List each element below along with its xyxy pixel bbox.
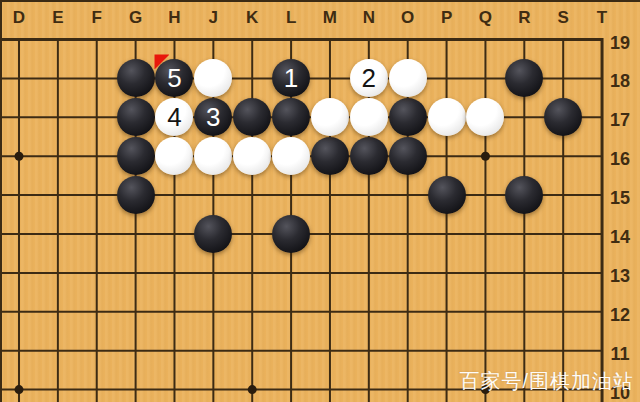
move-number-4: 4 [167,104,181,130]
stone-white-M17 [311,98,349,136]
go-board-diagram: DEFGHJKLMNOPQRST 19181716151413121110 51… [0,0,640,402]
stone-black-J17: 3 [194,98,232,136]
col-label-R: R [518,8,530,28]
stone-white-Q17 [466,98,504,136]
row-label-19: 19 [610,32,630,53]
col-label-O: O [401,8,414,28]
row-label-18: 18 [610,71,630,92]
stone-black-H18: 5 [155,59,193,97]
stone-black-R18 [505,59,543,97]
col-label-F: F [92,8,102,28]
star-point-Q16 [481,152,490,161]
col-label-T: T [597,8,607,28]
move-number-2: 2 [362,65,376,91]
col-label-S: S [558,8,569,28]
col-label-L: L [286,8,296,28]
move-number-3: 3 [206,104,220,130]
col-label-P: P [441,8,452,28]
col-label-E: E [52,8,63,28]
stone-black-S17 [544,98,582,136]
stone-black-P15 [428,176,466,214]
stone-black-G17 [117,98,155,136]
stone-black-M16 [311,137,349,175]
row-label-17: 17 [610,110,630,131]
star-point-D10 [15,385,24,394]
stone-white-P17 [428,98,466,136]
stone-black-G16 [117,137,155,175]
stone-white-J16 [194,137,232,175]
stone-white-O18 [389,59,427,97]
board-left-edge-line [0,0,2,402]
row-label-16: 16 [610,149,630,170]
stone-black-L18: 1 [272,59,310,97]
board-grid-lines [0,0,640,402]
stone-white-N17 [350,98,388,136]
move-number-5: 5 [167,65,181,91]
row-label-11: 11 [610,343,629,364]
col-label-N: N [363,8,375,28]
row-label-13: 13 [610,265,630,286]
stone-white-J18 [194,59,232,97]
stone-black-G15 [117,176,155,214]
row-label-12: 12 [610,304,630,325]
board-top-edge-line [0,0,640,2]
move-number-1: 1 [284,65,298,91]
col-label-Q: Q [479,8,492,28]
col-label-M: M [323,8,337,28]
col-label-K: K [246,8,258,28]
stone-white-H17: 4 [155,98,193,136]
stone-black-J14 [194,215,232,253]
col-label-G: G [129,8,142,28]
col-label-J: J [209,8,218,28]
stone-white-L16 [272,137,310,175]
stone-black-L14 [272,215,310,253]
stone-white-N18: 2 [350,59,388,97]
col-label-D: D [13,8,25,28]
col-label-H: H [168,8,180,28]
stone-black-O17 [389,98,427,136]
stone-white-K16 [233,137,271,175]
star-point-D16 [15,152,24,161]
stone-black-L17 [272,98,310,136]
stone-black-R15 [505,176,543,214]
stone-black-G18 [117,59,155,97]
stone-white-H16 [155,137,193,175]
row-label-15: 15 [610,188,630,209]
row-label-14: 14 [610,227,630,248]
stone-black-K17 [233,98,271,136]
watermark-text: 百家号/围棋加油站 [459,368,634,395]
star-point-K10 [248,385,257,394]
stone-black-N16 [350,137,388,175]
stone-black-O16 [389,137,427,175]
